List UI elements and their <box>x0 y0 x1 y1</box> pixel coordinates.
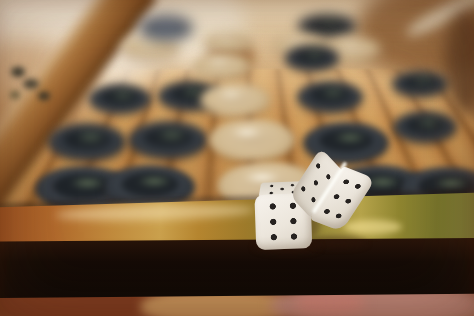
checker-dark-left-row4-a[interactable] <box>89 84 151 114</box>
rail-gloss-highlight <box>344 220 402 234</box>
backgammon-photo-scene <box>0 0 474 316</box>
checker-far-dark-1[interactable] <box>298 14 356 38</box>
checker-far-slate-1[interactable] <box>139 15 193 41</box>
checker-dark-right-row4[interactable] <box>285 45 339 71</box>
checker-dark-left-row2-b[interactable] <box>128 121 208 159</box>
board-front-rail-side <box>0 238 474 298</box>
checker-dark-left-row2-a[interactable] <box>48 123 126 161</box>
checker-dark-farright-row2[interactable] <box>393 111 457 143</box>
checker-far-light-2[interactable] <box>204 32 252 52</box>
checker-light-center-row3[interactable] <box>200 83 270 117</box>
checker-light-center-row4[interactable] <box>194 53 250 79</box>
checker-light-center-row2[interactable] <box>209 119 295 161</box>
checker-dark-right-row3[interactable] <box>297 81 363 113</box>
checker-dark-farright-row3[interactable] <box>392 71 448 97</box>
die-2-shadow <box>309 236 367 248</box>
